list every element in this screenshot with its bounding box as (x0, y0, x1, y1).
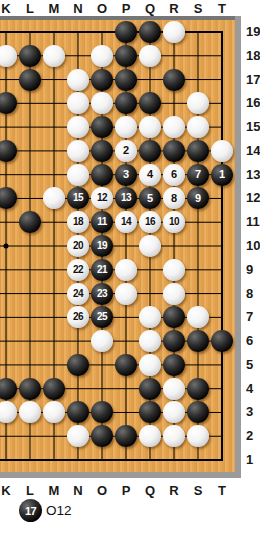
row-label-12: 12 (246, 190, 260, 205)
move-number-label: 5 (147, 193, 153, 204)
stone-white-Q15 (139, 116, 161, 138)
goban-board: 2346711512135891811141610201922212423262… (0, 20, 235, 472)
column-label-O: O (93, 483, 111, 498)
stone-black-P18 (115, 45, 137, 67)
stone-black-R6 (163, 330, 185, 352)
move-number-label: 13 (121, 193, 131, 203)
column-label-R: R (165, 1, 183, 16)
stone-white-Q13: 4 (139, 164, 161, 186)
stone-white-N9: 22 (67, 259, 89, 281)
stone-white-P15 (115, 116, 137, 138)
stone-black-Q4 (139, 378, 161, 400)
stone-white-R4 (163, 378, 185, 400)
stone-white-O6 (91, 330, 113, 352)
row-label-11: 11 (246, 214, 260, 229)
stone-black-S4 (187, 378, 209, 400)
stone-black-O8: 23 (91, 283, 113, 305)
stone-white-O18 (91, 45, 113, 67)
board-rim-bottom (0, 472, 235, 478)
stone-white-N15 (67, 116, 89, 138)
column-label-S: S (189, 483, 207, 498)
row-label-13: 13 (246, 167, 260, 182)
column-label-P: P (117, 483, 135, 498)
column-label-K: K (0, 483, 15, 498)
column-label-M: M (45, 483, 63, 498)
move-number-label: 26 (73, 312, 83, 322)
stone-white-N13 (67, 164, 89, 186)
row-label-19: 19 (246, 24, 260, 39)
stone-black-P19 (115, 21, 137, 43)
stone-black-L4 (19, 378, 41, 400)
move-number-label: 12 (97, 193, 107, 203)
column-label-S: S (189, 1, 207, 16)
board-rim-right (235, 16, 241, 478)
move-number-label: 10 (169, 217, 179, 227)
stone-white-N10: 20 (67, 235, 89, 257)
move-number-label: 14 (121, 217, 131, 227)
stone-black-Q19 (139, 21, 161, 43)
move-number-label: 24 (73, 289, 83, 299)
move-number-label: 23 (97, 289, 107, 299)
stone-white-R15 (163, 116, 185, 138)
move-number-label: 4 (147, 169, 153, 180)
stone-white-Q10 (139, 235, 161, 257)
column-label-K: K (0, 1, 15, 16)
stone-black-N5 (67, 354, 89, 376)
stone-white-Q6 (139, 330, 161, 352)
move-number-label: 16 (145, 217, 155, 227)
stone-black-O17 (91, 69, 113, 91)
row-label-18: 18 (246, 48, 260, 63)
move-number-label: 2 (123, 145, 129, 156)
stone-black-S6 (187, 330, 209, 352)
move-number-label: 25 (97, 312, 107, 322)
column-label-N: N (69, 483, 87, 498)
row-label-10: 10 (246, 238, 260, 253)
row-label-9: 9 (246, 262, 260, 277)
move-number-label: 3 (123, 169, 129, 180)
move-number-label: 22 (73, 265, 83, 275)
stone-white-M18 (43, 45, 65, 67)
stone-white-P8 (115, 283, 137, 305)
move-number-label: 20 (73, 241, 83, 251)
column-label-L: L (21, 483, 39, 498)
stone-white-N8: 24 (67, 283, 89, 305)
caption-move-number: 17 (25, 505, 36, 517)
row-label-5: 5 (246, 357, 260, 372)
stone-black-T13: 1 (211, 164, 233, 186)
stone-black-P5 (115, 354, 137, 376)
column-label-Q: Q (141, 483, 159, 498)
row-label-2: 2 (246, 428, 260, 443)
row-label-3: 3 (246, 404, 260, 419)
stone-black-O10: 19 (91, 235, 113, 257)
column-label-T: T (213, 483, 231, 498)
stone-white-Q18 (139, 45, 161, 67)
go-diagram: KLMNOPQRST 23467115121358918111416102019… (0, 0, 260, 537)
move-number-label: 1 (219, 169, 225, 180)
stone-white-R13: 6 (163, 164, 185, 186)
column-label-R: R (165, 483, 183, 498)
stone-black-R14 (163, 140, 185, 162)
move-number-label: 7 (195, 169, 201, 180)
row-label-16: 16 (246, 95, 260, 110)
move-number-label: 9 (195, 193, 201, 204)
stone-black-O13 (91, 164, 113, 186)
row-label-15: 15 (246, 119, 260, 134)
stone-white-T14 (211, 140, 233, 162)
column-label-T: T (213, 1, 231, 16)
stone-white-R9 (163, 259, 185, 281)
caption-coordinate: O12 (46, 503, 72, 518)
stone-white-P14: 2 (115, 140, 137, 162)
move-number-label: 6 (171, 169, 177, 180)
stone-black-O14 (91, 140, 113, 162)
column-label-N: N (69, 1, 87, 16)
row-label-7: 7 (246, 309, 260, 324)
stone-black-S14 (187, 140, 209, 162)
stone-white-Q5 (139, 354, 161, 376)
stone-black-O9: 21 (91, 259, 113, 281)
caption-black-stone-17: 17 (19, 499, 42, 522)
column-label-L: L (21, 1, 39, 16)
stone-white-N17 (67, 69, 89, 91)
stone-black-S13: 7 (187, 164, 209, 186)
move-number-label: 21 (97, 265, 107, 275)
row-label-1: 1 (246, 452, 260, 467)
stone-black-M4 (43, 378, 65, 400)
stone-black-P17 (115, 69, 137, 91)
stone-white-N14 (67, 140, 89, 162)
stone-black-Q14 (139, 140, 161, 162)
column-label-O: O (93, 1, 111, 16)
row-label-4: 4 (246, 381, 260, 396)
stone-black-R5 (163, 354, 185, 376)
row-label-17: 17 (246, 72, 260, 87)
row-label-8: 8 (246, 286, 260, 301)
stone-black-L18 (19, 45, 41, 67)
stone-white-R8 (163, 283, 185, 305)
stone-black-L17 (19, 69, 41, 91)
row-label-6: 6 (246, 333, 260, 348)
stone-black-R17 (163, 69, 185, 91)
column-label-P: P (117, 1, 135, 16)
column-label-M: M (45, 1, 63, 16)
move-number-label: 18 (73, 217, 83, 227)
move-number-label: 11 (97, 217, 107, 227)
stone-white-R19 (163, 21, 185, 43)
column-label-Q: Q (141, 1, 159, 16)
stone-black-P13: 3 (115, 164, 137, 186)
move-number-label: 8 (171, 193, 177, 204)
stone-black-O15 (91, 116, 113, 138)
row-label-14: 14 (246, 143, 260, 158)
stone-black-T6 (211, 330, 233, 352)
move-number-label: 15 (73, 193, 83, 203)
move-number-label: 19 (97, 241, 107, 251)
stone-white-S15 (187, 116, 209, 138)
stone-white-P9 (115, 259, 137, 281)
